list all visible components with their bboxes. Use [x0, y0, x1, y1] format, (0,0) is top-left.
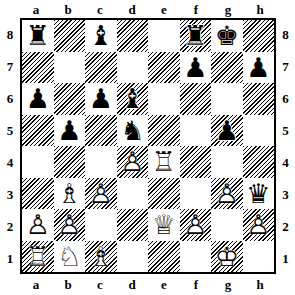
square-h3[interactable]: ♛ [243, 178, 275, 210]
square-f5[interactable] [180, 115, 212, 147]
square-h8[interactable] [243, 20, 275, 52]
square-h4[interactable] [243, 146, 275, 178]
rank-label: 1 [0, 242, 20, 274]
board: ♜♝♜♚♟♟♟♟♝♟♞♟♟♙♜♖♝♗♟♙♟♙♛♟♙♟♙♛♕♟♙♟♙♜♖♞♘♝♗♚… [20, 18, 276, 274]
square-a4[interactable] [22, 146, 54, 178]
square-h2[interactable]: ♟♙ [243, 209, 275, 241]
square-c4[interactable] [85, 146, 117, 178]
rank-label: 5 [276, 114, 295, 146]
piece-glyph: ♚ [215, 22, 239, 49]
piece-black-pawn[interactable]: ♟ [211, 115, 243, 147]
square-c6[interactable]: ♟ [85, 83, 117, 115]
square-a6[interactable]: ♟ [22, 83, 54, 115]
square-f1[interactable] [180, 241, 212, 273]
piece-white-pawn[interactable]: ♟♙ [180, 209, 212, 241]
square-b7[interactable] [54, 52, 86, 84]
piece-glyph: ♙ [57, 211, 81, 238]
square-e2[interactable]: ♛♕ [148, 209, 180, 241]
square-f2[interactable]: ♟♙ [180, 209, 212, 241]
square-g2[interactable] [211, 209, 243, 241]
square-e3[interactable] [148, 178, 180, 210]
rank-label: 7 [0, 50, 20, 82]
piece-white-pawn[interactable]: ♟♙ [22, 209, 54, 241]
piece-black-pawn[interactable]: ♟ [22, 83, 54, 115]
piece-glyph: ♙ [26, 211, 50, 238]
square-e7[interactable] [148, 52, 180, 84]
piece-black-rook[interactable]: ♜ [22, 20, 54, 52]
rank-label: 6 [276, 82, 295, 114]
square-d6[interactable]: ♝ [117, 83, 149, 115]
file-label: h [244, 274, 276, 295]
square-g6[interactable] [211, 83, 243, 115]
file-label: b [52, 0, 84, 18]
piece-white-rook[interactable]: ♜♖ [22, 241, 54, 273]
square-h5[interactable] [243, 115, 275, 147]
piece-glyph: ♙ [183, 211, 207, 238]
file-label: d [116, 0, 148, 18]
square-h7[interactable]: ♟ [243, 52, 275, 84]
piece-black-bishop[interactable]: ♝ [85, 20, 117, 52]
piece-white-rook[interactable]: ♜♖ [148, 146, 180, 178]
piece-glyph: ♗ [89, 243, 113, 270]
piece-white-bishop[interactable]: ♝♗ [85, 241, 117, 273]
square-d8[interactable] [117, 20, 149, 52]
piece-glyph: ♝ [120, 85, 144, 112]
piece-black-knight[interactable]: ♞ [117, 115, 149, 147]
square-g3[interactable]: ♟♙ [211, 178, 243, 210]
piece-white-bishop[interactable]: ♝♗ [54, 178, 86, 210]
square-g4[interactable] [211, 146, 243, 178]
piece-black-rook[interactable]: ♜ [180, 20, 212, 52]
piece-glyph: ♕ [152, 211, 176, 238]
square-b2[interactable]: ♟♙ [54, 209, 86, 241]
square-g8[interactable]: ♚ [211, 20, 243, 52]
piece-glyph: ♜ [26, 22, 50, 49]
piece-white-pawn[interactable]: ♟♙ [54, 209, 86, 241]
square-b8[interactable] [54, 20, 86, 52]
square-c7[interactable] [85, 52, 117, 84]
square-c3[interactable]: ♟♙ [85, 178, 117, 210]
file-label: f [180, 274, 212, 295]
square-h1[interactable] [243, 241, 275, 273]
piece-glyph: ♖ [26, 243, 50, 270]
square-b1[interactable]: ♞♘ [54, 241, 86, 273]
square-e1[interactable] [148, 241, 180, 273]
square-e4[interactable]: ♜♖ [148, 146, 180, 178]
file-labels-bottom: a b c d e f g h [20, 274, 276, 295]
piece-white-pawn[interactable]: ♟♙ [243, 209, 275, 241]
square-h6[interactable] [243, 83, 275, 115]
rank-label: 2 [0, 210, 20, 242]
square-d2[interactable] [117, 209, 149, 241]
rank-label: 8 [276, 18, 295, 50]
piece-white-queen[interactable]: ♛♕ [148, 209, 180, 241]
square-g7[interactable] [211, 52, 243, 84]
square-e5[interactable] [148, 115, 180, 147]
file-label: a [20, 0, 52, 18]
square-d1[interactable] [117, 241, 149, 273]
piece-glyph: ♖ [152, 148, 176, 175]
rank-label: 3 [276, 178, 295, 210]
square-g1[interactable]: ♚♔ [211, 241, 243, 273]
file-label: c [84, 274, 116, 295]
rank-label: 3 [0, 178, 20, 210]
piece-white-king[interactable]: ♚♔ [211, 241, 243, 273]
rank-label: 4 [276, 146, 295, 178]
square-a3[interactable] [22, 178, 54, 210]
square-e6[interactable] [148, 83, 180, 115]
file-label: h [244, 0, 276, 18]
piece-glyph: ♗ [57, 180, 81, 207]
piece-white-knight[interactable]: ♞♘ [54, 241, 86, 273]
piece-glyph: ♟ [215, 117, 239, 144]
square-b5[interactable]: ♟ [54, 115, 86, 147]
piece-black-king[interactable]: ♚ [211, 20, 243, 52]
square-c8[interactable]: ♝ [85, 20, 117, 52]
file-label: e [148, 0, 180, 18]
file-label: c [84, 0, 116, 18]
square-e8[interactable] [148, 20, 180, 52]
square-c1[interactable]: ♝♗ [85, 241, 117, 273]
chess-diagram: a b c d e f g h 8 7 6 5 4 3 2 1 ♜♝♜♚♟♟♟♟… [0, 0, 295, 295]
square-f6[interactable] [180, 83, 212, 115]
file-label: a [20, 274, 52, 295]
piece-glyph: ♞ [120, 117, 144, 144]
piece-glyph: ♟ [26, 85, 50, 112]
piece-black-queen[interactable]: ♛ [243, 178, 275, 210]
piece-glyph: ♙ [89, 180, 113, 207]
square-a2[interactable]: ♟♙ [22, 209, 54, 241]
piece-glyph: ♙ [215, 180, 239, 207]
piece-glyph: ♙ [246, 211, 270, 238]
square-a8[interactable]: ♜ [22, 20, 54, 52]
piece-glyph: ♟ [89, 85, 113, 112]
piece-glyph: ♔ [215, 243, 239, 270]
rank-label: 6 [0, 82, 20, 114]
file-labels-top: a b c d e f g h [20, 0, 276, 18]
square-g5[interactable]: ♟ [211, 115, 243, 147]
square-f8[interactable]: ♜ [180, 20, 212, 52]
piece-glyph: ♘ [57, 243, 81, 270]
square-f7[interactable]: ♟ [180, 52, 212, 84]
file-label: f [180, 0, 212, 18]
piece-glyph: ♛ [246, 180, 270, 207]
square-b3[interactable]: ♝♗ [54, 178, 86, 210]
rank-labels-right: 8 7 6 5 4 3 2 1 [276, 18, 295, 274]
rank-label: 2 [276, 210, 295, 242]
piece-white-pawn[interactable]: ♟♙ [117, 146, 149, 178]
file-label: g [212, 274, 244, 295]
square-f4[interactable] [180, 146, 212, 178]
piece-white-pawn[interactable]: ♟♙ [211, 178, 243, 210]
file-label: d [116, 274, 148, 295]
piece-glyph: ♟ [246, 54, 270, 81]
piece-glyph: ♟ [57, 117, 81, 144]
piece-glyph: ♙ [120, 148, 144, 175]
file-label: b [52, 274, 84, 295]
file-label: e [148, 274, 180, 295]
piece-glyph: ♟ [183, 54, 207, 81]
rank-label: 1 [276, 242, 295, 274]
piece-black-pawn[interactable]: ♟ [85, 83, 117, 115]
rank-label: 5 [0, 114, 20, 146]
rank-label: 4 [0, 146, 20, 178]
square-c5[interactable] [85, 115, 117, 147]
piece-black-pawn[interactable]: ♟ [54, 115, 86, 147]
piece-glyph: ♝ [89, 22, 113, 49]
file-label: g [212, 0, 244, 18]
square-d7[interactable] [117, 52, 149, 84]
square-d5[interactable]: ♞ [117, 115, 149, 147]
square-a7[interactable] [22, 52, 54, 84]
square-b4[interactable] [54, 146, 86, 178]
square-b6[interactable] [54, 83, 86, 115]
square-d4[interactable]: ♟♙ [117, 146, 149, 178]
piece-black-pawn[interactable]: ♟ [243, 52, 275, 84]
square-d3[interactable] [117, 178, 149, 210]
rank-label: 8 [0, 18, 20, 50]
square-a5[interactable] [22, 115, 54, 147]
square-a1[interactable]: ♜♖ [22, 241, 54, 273]
square-f3[interactable] [180, 178, 212, 210]
rank-label: 7 [276, 50, 295, 82]
piece-black-bishop[interactable]: ♝ [117, 83, 149, 115]
piece-glyph: ♜ [183, 22, 207, 49]
piece-black-pawn[interactable]: ♟ [180, 52, 212, 84]
square-c2[interactable] [85, 209, 117, 241]
rank-labels-left: 8 7 6 5 4 3 2 1 [0, 18, 20, 274]
piece-white-pawn[interactable]: ♟♙ [85, 178, 117, 210]
